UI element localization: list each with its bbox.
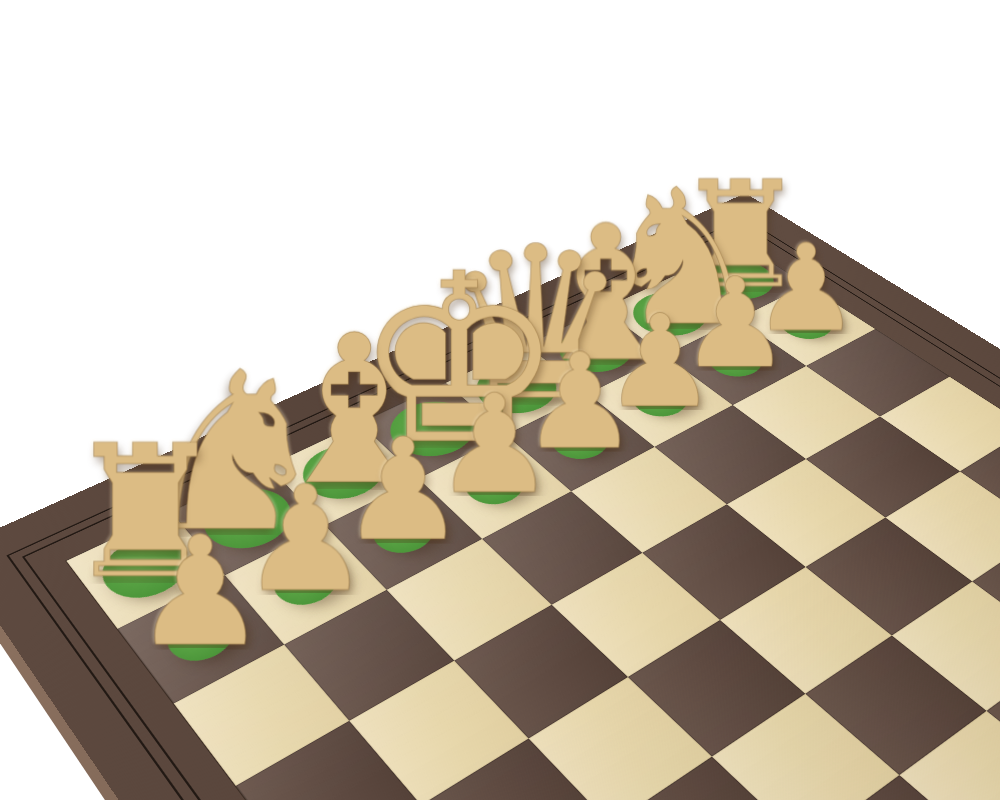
photo-scene: ♜♞♝♛♚♝♞♜♟♟♟♟♟♟♟♟ bbox=[0, 0, 1000, 800]
chess-set-product-photo: ♜♞♝♛♚♝♞♜♟♟♟♟♟♟♟♟ bbox=[0, 0, 1000, 800]
square-f5 bbox=[529, 677, 712, 800]
square-e5 bbox=[628, 620, 805, 757]
square-d7 bbox=[899, 711, 1000, 800]
square-c7 bbox=[987, 651, 1000, 794]
square-f6 bbox=[611, 757, 805, 800]
square-h4 bbox=[236, 721, 421, 800]
square-d6 bbox=[805, 636, 986, 776]
chess-board: ♜♞♝♛♚♝♞♜♟♟♟♟♟♟♟♟ bbox=[0, 193, 1000, 800]
